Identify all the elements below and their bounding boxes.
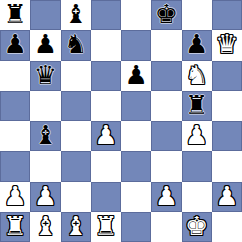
square-f3[interactable]: [151, 151, 181, 181]
square-g7[interactable]: ♟: [182, 30, 212, 60]
black-king-icon[interactable]: ♚: [155, 1, 178, 27]
square-f4[interactable]: [151, 121, 181, 151]
square-f5[interactable]: [151, 91, 181, 121]
square-b1[interactable]: ♝: [30, 212, 60, 242]
square-a2[interactable]: ♟: [0, 182, 30, 212]
white-pawn-icon[interactable]: ♟: [34, 183, 57, 209]
square-c2[interactable]: [61, 182, 91, 212]
square-f1[interactable]: [151, 212, 181, 242]
square-g8[interactable]: [182, 0, 212, 30]
white-king-icon[interactable]: ♚: [185, 213, 208, 239]
square-b5[interactable]: [30, 91, 60, 121]
square-e2[interactable]: [121, 182, 151, 212]
black-rook-icon[interactable]: ♜: [185, 92, 208, 118]
square-a5[interactable]: [0, 91, 30, 121]
square-f8[interactable]: ♚: [151, 0, 181, 30]
square-g4[interactable]: ♟: [182, 121, 212, 151]
square-h6[interactable]: [212, 61, 242, 91]
white-knight-icon[interactable]: ♞: [185, 62, 208, 88]
white-bishop-icon[interactable]: ♝: [34, 213, 57, 239]
square-e4[interactable]: [121, 121, 151, 151]
square-e5[interactable]: [121, 91, 151, 121]
white-rook-icon[interactable]: ♜: [3, 213, 26, 239]
square-e8[interactable]: [121, 0, 151, 30]
chess-board: ♜♝♚♟♟♞♟♛♛♟♞♜♝♟♟♟♟♟♟♜♝♝♜♚: [0, 0, 242, 242]
square-h8[interactable]: [212, 0, 242, 30]
white-pawn-icon[interactable]: ♟: [3, 183, 26, 209]
square-d7[interactable]: [91, 30, 121, 60]
square-b7[interactable]: ♟: [30, 30, 60, 60]
white-pawn-icon[interactable]: ♟: [215, 183, 238, 209]
white-pawn-icon[interactable]: ♟: [94, 122, 117, 148]
square-d2[interactable]: [91, 182, 121, 212]
square-c5[interactable]: [61, 91, 91, 121]
square-h5[interactable]: [212, 91, 242, 121]
square-e1[interactable]: [121, 212, 151, 242]
square-a1[interactable]: ♜: [0, 212, 30, 242]
square-f7[interactable]: [151, 30, 181, 60]
black-pawn-icon[interactable]: ♟: [3, 31, 26, 57]
square-h2[interactable]: ♟: [212, 182, 242, 212]
square-f6[interactable]: [151, 61, 181, 91]
square-b3[interactable]: [30, 151, 60, 181]
black-pawn-icon[interactable]: ♟: [34, 31, 57, 57]
square-h4[interactable]: [212, 121, 242, 151]
square-g5[interactable]: ♜: [182, 91, 212, 121]
square-e7[interactable]: [121, 30, 151, 60]
square-g2[interactable]: [182, 182, 212, 212]
square-b4[interactable]: ♝: [30, 121, 60, 151]
square-a8[interactable]: ♜: [0, 0, 30, 30]
square-d8[interactable]: [91, 0, 121, 30]
white-bishop-icon[interactable]: ♝: [64, 213, 87, 239]
white-pawn-icon[interactable]: ♟: [185, 122, 208, 148]
square-g1[interactable]: ♚: [182, 212, 212, 242]
square-f2[interactable]: ♟: [151, 182, 181, 212]
square-b6[interactable]: ♛: [30, 61, 60, 91]
square-h1[interactable]: [212, 212, 242, 242]
square-d4[interactable]: ♟: [91, 121, 121, 151]
square-d5[interactable]: [91, 91, 121, 121]
square-d3[interactable]: [91, 151, 121, 181]
black-rook-icon[interactable]: ♜: [3, 1, 26, 27]
square-b8[interactable]: [30, 0, 60, 30]
square-e3[interactable]: [121, 151, 151, 181]
square-c6[interactable]: [61, 61, 91, 91]
square-d6[interactable]: [91, 61, 121, 91]
black-pawn-icon[interactable]: ♟: [185, 31, 208, 57]
white-rook-icon[interactable]: ♜: [94, 213, 117, 239]
square-a7[interactable]: ♟: [0, 30, 30, 60]
square-c3[interactable]: [61, 151, 91, 181]
square-b2[interactable]: ♟: [30, 182, 60, 212]
white-queen-icon[interactable]: ♛: [215, 31, 238, 57]
black-bishop-icon[interactable]: ♝: [34, 122, 57, 148]
square-a6[interactable]: [0, 61, 30, 91]
square-d1[interactable]: ♜: [91, 212, 121, 242]
square-h3[interactable]: [212, 151, 242, 181]
black-pawn-icon[interactable]: ♟: [124, 62, 147, 88]
square-c4[interactable]: [61, 121, 91, 151]
square-c1[interactable]: ♝: [61, 212, 91, 242]
black-knight-icon[interactable]: ♞: [64, 31, 87, 57]
black-queen-icon[interactable]: ♛: [34, 62, 57, 88]
square-a3[interactable]: [0, 151, 30, 181]
square-g6[interactable]: ♞: [182, 61, 212, 91]
black-bishop-icon[interactable]: ♝: [64, 1, 87, 27]
square-h7[interactable]: ♛: [212, 30, 242, 60]
white-pawn-icon[interactable]: ♟: [155, 183, 178, 209]
square-e6[interactable]: ♟: [121, 61, 151, 91]
square-a4[interactable]: [0, 121, 30, 151]
square-g3[interactable]: [182, 151, 212, 181]
square-c8[interactable]: ♝: [61, 0, 91, 30]
square-c7[interactable]: ♞: [61, 30, 91, 60]
